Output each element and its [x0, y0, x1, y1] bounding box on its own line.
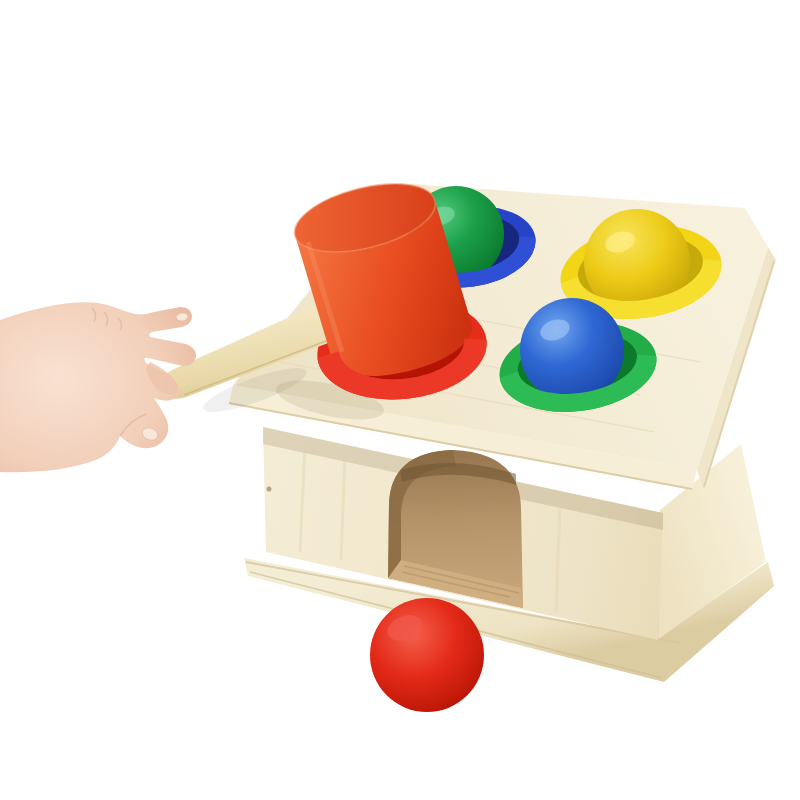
wood-knot [267, 487, 272, 492]
product-photo: Overhead-front view of a wooden pound-a-… [0, 0, 800, 800]
red-ball [370, 598, 484, 712]
scene-svg [0, 0, 800, 800]
loose-red-ball [370, 598, 484, 712]
